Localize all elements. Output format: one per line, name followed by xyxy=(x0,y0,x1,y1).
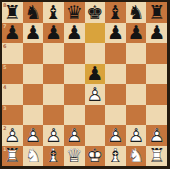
rank-label-7: 7 xyxy=(3,23,6,29)
piece-white-rook[interactable]: ♖ xyxy=(146,146,167,167)
piece-black-pawn[interactable]: ♟ xyxy=(85,64,106,85)
piece-white-queen[interactable]: ♕ xyxy=(64,146,85,167)
square-h6[interactable] xyxy=(146,43,167,64)
square-e6[interactable] xyxy=(85,43,106,64)
piece-white-knight[interactable]: ♘ xyxy=(23,146,44,167)
square-b4[interactable] xyxy=(23,84,44,105)
piece-white-rook-fill: ♜ xyxy=(2,146,23,167)
piece-black-knight[interactable]: ♞ xyxy=(126,2,147,23)
square-h7[interactable]: ♟ xyxy=(146,23,167,44)
piece-white-pawn[interactable]: ♙ xyxy=(64,125,85,146)
square-g8[interactable]: ♞ xyxy=(126,2,147,23)
piece-white-pawn-fill: ♟ xyxy=(126,125,147,146)
rank-label-4: 4 xyxy=(3,84,6,90)
square-d6[interactable] xyxy=(64,43,85,64)
square-d2[interactable]: ♟♙ xyxy=(64,125,85,146)
square-d1[interactable]: ♛♕ xyxy=(64,146,85,167)
piece-white-pawn[interactable]: ♙ xyxy=(105,125,126,146)
rank-label-6: 6 xyxy=(3,43,6,49)
piece-white-pawn-fill: ♟ xyxy=(43,125,64,146)
piece-white-pawn-fill: ♟ xyxy=(23,125,44,146)
rank-label-8: 8 xyxy=(3,2,6,8)
square-g4[interactable] xyxy=(126,84,147,105)
square-e3[interactable] xyxy=(85,105,106,126)
rank-label-5: 5 xyxy=(3,64,6,70)
chess-board-frame: 8♜♞♝♛♚♝♞♜7♟♟♟♟♟♟♟65♟4♟♙32♟♙♟♙♟♙♟♙♟♙♟♙♟♙1… xyxy=(0,0,170,169)
piece-white-pawn[interactable]: ♙ xyxy=(2,125,23,146)
square-d7[interactable]: ♟ xyxy=(64,23,85,44)
square-d8[interactable]: ♛ xyxy=(64,2,85,23)
chess-board: 8♜♞♝♛♚♝♞♜7♟♟♟♟♟♟♟65♟4♟♙32♟♙♟♙♟♙♟♙♟♙♟♙♟♙1… xyxy=(2,2,167,166)
square-b5[interactable] xyxy=(23,64,44,85)
square-f1[interactable]: ♝♗ xyxy=(105,146,126,167)
rank-label-1: 1 xyxy=(3,146,6,152)
square-f7[interactable]: ♟ xyxy=(105,23,126,44)
square-g6[interactable] xyxy=(126,43,147,64)
square-c8[interactable]: ♝ xyxy=(43,2,64,23)
square-f5[interactable] xyxy=(105,64,126,85)
square-c6[interactable] xyxy=(43,43,64,64)
square-b2[interactable]: ♟♙ xyxy=(23,125,44,146)
square-h2[interactable]: ♟♙ xyxy=(146,125,167,146)
square-d4[interactable] xyxy=(64,84,85,105)
square-h1[interactable]: ♜♖ xyxy=(146,146,167,167)
square-c5[interactable] xyxy=(43,64,64,85)
piece-white-knight[interactable]: ♘ xyxy=(126,146,147,167)
square-b3[interactable] xyxy=(23,105,44,126)
piece-white-pawn[interactable]: ♙ xyxy=(146,125,167,146)
square-c2[interactable]: ♟♙ xyxy=(43,125,64,146)
piece-white-bishop-fill: ♝ xyxy=(43,146,64,167)
piece-white-queen-fill: ♛ xyxy=(64,146,85,167)
square-e8[interactable]: ♚ xyxy=(85,2,106,23)
square-a5[interactable]: 5 xyxy=(2,64,23,85)
square-b7[interactable]: ♟ xyxy=(23,23,44,44)
square-b8[interactable]: ♞ xyxy=(23,2,44,23)
square-a1[interactable]: 1♜♖ xyxy=(2,146,23,167)
rank-label-3: 3 xyxy=(3,105,6,111)
square-e5[interactable]: ♟ xyxy=(85,64,106,85)
piece-black-pawn[interactable]: ♟ xyxy=(105,23,126,44)
rank-label-2: 2 xyxy=(3,125,6,131)
square-g1[interactable]: ♞♘ xyxy=(126,146,147,167)
square-f6[interactable] xyxy=(105,43,126,64)
piece-white-rook[interactable]: ♖ xyxy=(2,146,23,167)
square-e4[interactable]: ♟♙ xyxy=(85,84,106,105)
piece-white-pawn[interactable]: ♙ xyxy=(85,84,106,105)
piece-black-pawn[interactable]: ♟ xyxy=(23,23,44,44)
square-f3[interactable] xyxy=(105,105,126,126)
piece-white-pawn[interactable]: ♙ xyxy=(23,125,44,146)
square-a2[interactable]: 2♟♙ xyxy=(2,125,23,146)
square-a4[interactable]: 4 xyxy=(2,84,23,105)
piece-black-king[interactable]: ♚ xyxy=(85,2,106,23)
piece-black-pawn[interactable]: ♟ xyxy=(2,23,23,44)
piece-white-pawn-fill: ♟ xyxy=(2,125,23,146)
square-h3[interactable] xyxy=(146,105,167,126)
square-e2[interactable] xyxy=(85,125,106,146)
piece-black-bishop[interactable]: ♝ xyxy=(105,2,126,23)
piece-black-pawn[interactable]: ♟ xyxy=(126,23,147,44)
piece-white-bishop[interactable]: ♗ xyxy=(105,146,126,167)
piece-white-pawn[interactable]: ♙ xyxy=(43,125,64,146)
piece-black-bishop[interactable]: ♝ xyxy=(43,2,64,23)
square-g5[interactable] xyxy=(126,64,147,85)
piece-white-bishop-fill: ♝ xyxy=(105,146,126,167)
square-b6[interactable] xyxy=(23,43,44,64)
square-d3[interactable] xyxy=(64,105,85,126)
square-f2[interactable]: ♟♙ xyxy=(105,125,126,146)
piece-white-pawn-fill: ♟ xyxy=(64,125,85,146)
square-a6[interactable]: 6 xyxy=(2,43,23,64)
square-c1[interactable]: ♝♗ xyxy=(43,146,64,167)
square-e7[interactable] xyxy=(85,23,106,44)
square-h5[interactable] xyxy=(146,64,167,85)
piece-black-rook[interactable]: ♜ xyxy=(146,2,167,23)
square-g7[interactable]: ♟ xyxy=(126,23,147,44)
square-a7[interactable]: 7♟ xyxy=(2,23,23,44)
piece-white-king-fill: ♚ xyxy=(85,146,106,167)
square-a3[interactable]: 3 xyxy=(2,105,23,126)
square-g3[interactable] xyxy=(126,105,147,126)
piece-black-pawn[interactable]: ♟ xyxy=(43,23,64,44)
square-c7[interactable]: ♟ xyxy=(43,23,64,44)
square-f8[interactable]: ♝ xyxy=(105,2,126,23)
square-f4[interactable] xyxy=(105,84,126,105)
piece-white-bishop[interactable]: ♗ xyxy=(43,146,64,167)
square-c3[interactable] xyxy=(43,105,64,126)
piece-white-knight-fill: ♞ xyxy=(126,146,147,167)
piece-black-knight[interactable]: ♞ xyxy=(23,2,44,23)
square-d5[interactable] xyxy=(64,64,85,85)
piece-black-rook[interactable]: ♜ xyxy=(2,2,23,23)
square-c4[interactable] xyxy=(43,84,64,105)
piece-white-rook-fill: ♜ xyxy=(146,146,167,167)
piece-black-pawn[interactable]: ♟ xyxy=(64,23,85,44)
square-a8[interactable]: 8♜ xyxy=(2,2,23,23)
piece-white-knight-fill: ♞ xyxy=(23,146,44,167)
square-h8[interactable]: ♜ xyxy=(146,2,167,23)
piece-white-pawn-fill: ♟ xyxy=(146,125,167,146)
piece-white-king[interactable]: ♔ xyxy=(85,146,106,167)
square-b1[interactable]: ♞♘ xyxy=(23,146,44,167)
square-h4[interactable] xyxy=(146,84,167,105)
square-e1[interactable]: ♚♔ xyxy=(85,146,106,167)
piece-white-pawn-fill: ♟ xyxy=(105,125,126,146)
square-g2[interactable]: ♟♙ xyxy=(126,125,147,146)
piece-black-pawn[interactable]: ♟ xyxy=(146,23,167,44)
piece-white-pawn[interactable]: ♙ xyxy=(126,125,147,146)
piece-black-queen[interactable]: ♛ xyxy=(64,2,85,23)
piece-white-pawn-fill: ♟ xyxy=(85,84,106,105)
